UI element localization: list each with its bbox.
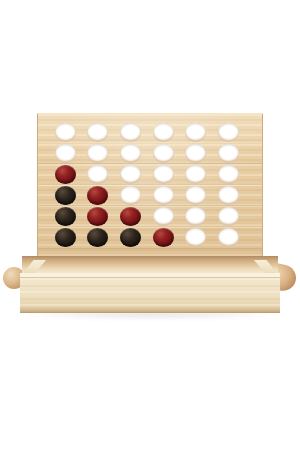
hole — [120, 207, 141, 226]
hole — [87, 207, 108, 226]
cell-r4c1[interactable] — [49, 185, 82, 206]
hole — [218, 228, 239, 247]
cell-r3c6[interactable] — [212, 164, 245, 185]
hole — [218, 123, 239, 142]
hole — [87, 228, 108, 247]
cell-r3c1[interactable] — [49, 164, 82, 185]
hole — [87, 186, 108, 205]
cell-r5c5[interactable] — [180, 206, 213, 227]
connect-four-board — [37, 113, 263, 260]
tray-front-face — [20, 278, 280, 313]
cell-r5c2[interactable] — [82, 206, 115, 227]
black-piece — [55, 186, 76, 205]
cell-r6c5[interactable] — [180, 227, 213, 248]
hole — [185, 207, 206, 226]
cell-r1c2[interactable] — [82, 122, 115, 143]
hole — [87, 123, 108, 142]
hole — [55, 123, 76, 142]
black-piece — [87, 228, 108, 247]
hole — [153, 123, 174, 142]
cell-r3c5[interactable] — [180, 164, 213, 185]
red-piece — [153, 228, 174, 247]
hole — [185, 123, 206, 142]
hole — [218, 165, 239, 184]
cell-r6c4[interactable] — [147, 227, 180, 248]
hole — [120, 228, 141, 247]
hole — [55, 228, 76, 247]
cell-r2c6[interactable] — [212, 143, 245, 164]
hole — [120, 123, 141, 142]
hole — [55, 207, 76, 226]
hole — [55, 144, 76, 163]
hole — [153, 207, 174, 226]
cell-r4c3[interactable] — [114, 185, 147, 206]
red-piece — [87, 207, 108, 226]
hole — [218, 186, 239, 205]
red-piece — [120, 207, 141, 226]
board-grid — [38, 114, 262, 260]
cell-r2c5[interactable] — [180, 143, 213, 164]
hole — [185, 165, 206, 184]
cell-r5c3[interactable] — [114, 206, 147, 227]
hole — [185, 228, 206, 247]
cell-r4c5[interactable] — [180, 185, 213, 206]
cell-r1c3[interactable] — [114, 122, 147, 143]
cell-r3c2[interactable] — [82, 164, 115, 185]
cell-r6c1[interactable] — [49, 227, 82, 248]
hole — [218, 207, 239, 226]
cell-r3c4[interactable] — [147, 164, 180, 185]
cell-r1c1[interactable] — [49, 122, 82, 143]
red-piece — [87, 186, 108, 205]
black-piece — [55, 228, 76, 247]
hole — [87, 165, 108, 184]
cell-r2c3[interactable] — [114, 143, 147, 164]
tray-front-rim — [20, 273, 280, 278]
left-dowel-handle — [3, 267, 25, 289]
hole — [153, 186, 174, 205]
cell-r4c4[interactable] — [147, 185, 180, 206]
cell-r1c4[interactable] — [147, 122, 180, 143]
hole — [87, 144, 108, 163]
cell-r2c2[interactable] — [82, 143, 115, 164]
hole — [120, 144, 141, 163]
hole — [185, 144, 206, 163]
cell-r5c1[interactable] — [49, 206, 82, 227]
cell-r3c3[interactable] — [114, 164, 147, 185]
cell-r1c5[interactable] — [180, 122, 213, 143]
hole — [120, 165, 141, 184]
hole — [153, 165, 174, 184]
black-piece — [120, 228, 141, 247]
cell-r6c2[interactable] — [82, 227, 115, 248]
right-dowel-handle — [270, 263, 299, 293]
cell-r5c6[interactable] — [212, 206, 245, 227]
hole — [153, 228, 174, 247]
cell-r2c4[interactable] — [147, 143, 180, 164]
cell-r5c4[interactable] — [147, 206, 180, 227]
hole — [55, 165, 76, 184]
hole — [185, 186, 206, 205]
hole — [55, 186, 76, 205]
hole — [218, 144, 239, 163]
cell-r6c3[interactable] — [114, 227, 147, 248]
hole — [120, 186, 141, 205]
cell-r1c6[interactable] — [212, 122, 245, 143]
tray-drop-shadow — [28, 311, 272, 319]
cell-r2c1[interactable] — [49, 143, 82, 164]
hole — [153, 144, 174, 163]
black-piece — [55, 207, 76, 226]
cell-r6c6[interactable] — [212, 227, 245, 248]
cell-r4c2[interactable] — [82, 185, 115, 206]
cell-r4c6[interactable] — [212, 185, 245, 206]
red-piece — [55, 165, 76, 184]
connect-four-photo-scene — [0, 0, 300, 450]
